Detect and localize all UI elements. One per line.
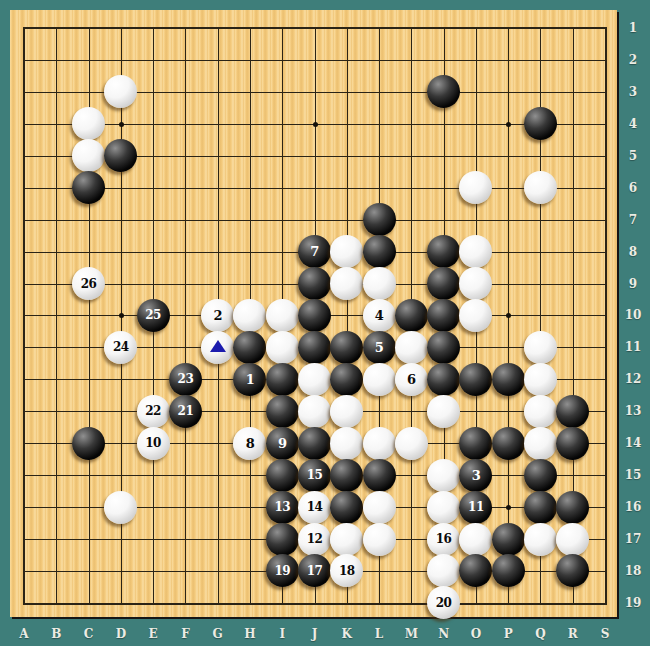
stone-move-number: 7 — [310, 245, 319, 258]
triangle-marker-icon — [210, 340, 226, 352]
stone-white — [556, 523, 589, 556]
stone-move-number: 18 — [339, 565, 355, 577]
stone-move-number: 19 — [274, 565, 290, 577]
stone-white-move-24: 24 — [104, 331, 137, 364]
stone-black-move-9: 9 — [266, 427, 299, 460]
stone-move-number: 16 — [436, 533, 452, 545]
stone-black — [427, 235, 460, 268]
stone-move-number: 26 — [81, 278, 97, 290]
stone-black — [298, 299, 331, 332]
row-label-9: 9 — [621, 277, 645, 291]
stone-black — [266, 459, 299, 492]
goban-board[interactable]: 7262524245231622211089153131411121619171… — [10, 10, 617, 617]
stone-move-number: 5 — [375, 341, 384, 354]
column-label-C: C — [80, 627, 98, 641]
stone-black — [524, 459, 557, 492]
row-label-5: 5 — [621, 149, 645, 163]
column-label-S: S — [596, 627, 614, 641]
stone-white — [395, 427, 428, 460]
stone-move-number: 6 — [407, 373, 416, 386]
stone-white-move-4: 4 — [363, 299, 396, 332]
stone-white — [363, 523, 396, 556]
stone-black — [427, 331, 460, 364]
column-label-N: N — [435, 627, 453, 641]
stone-black — [330, 491, 363, 524]
stone-white — [298, 363, 331, 396]
row-label-17: 17 — [621, 532, 645, 546]
stone-black-move-23: 23 — [169, 363, 202, 396]
stone-white — [524, 395, 557, 428]
row-label-7: 7 — [621, 213, 645, 227]
stone-move-number: 23 — [178, 373, 194, 385]
row-label-1: 1 — [621, 21, 645, 35]
stone-move-number: 21 — [178, 405, 194, 417]
stone-white-move-10: 10 — [137, 427, 170, 460]
stone-black — [330, 459, 363, 492]
stone-black — [556, 427, 589, 460]
stone-black — [427, 363, 460, 396]
stone-black-move-25: 25 — [137, 299, 170, 332]
stone-white-move-20: 20 — [427, 586, 460, 619]
column-label-F: F — [176, 627, 194, 641]
stone-white — [524, 427, 557, 460]
stone-black — [266, 395, 299, 428]
stone-black-move-5: 5 — [363, 331, 396, 364]
stone-black-move-3: 3 — [459, 459, 492, 492]
stone-black — [427, 299, 460, 332]
stone-black — [524, 491, 557, 524]
stone-black — [492, 427, 525, 460]
column-label-P: P — [499, 627, 517, 641]
stone-white — [395, 331, 428, 364]
stone-black — [459, 427, 492, 460]
column-label-K: K — [338, 627, 356, 641]
stone-black — [266, 363, 299, 396]
stone-white — [427, 459, 460, 492]
stone-white — [330, 427, 363, 460]
stone-black — [330, 331, 363, 364]
stone-black — [72, 171, 105, 204]
stone-move-number: 13 — [274, 501, 290, 513]
stone-white — [298, 395, 331, 428]
stone-black-move-21: 21 — [169, 395, 202, 428]
stone-black-move-13: 13 — [266, 491, 299, 524]
stone-move-number: 25 — [145, 309, 161, 321]
star-point — [313, 122, 318, 127]
row-label-11: 11 — [621, 340, 645, 354]
stone-move-number: 9 — [278, 437, 287, 450]
stone-black — [298, 427, 331, 460]
stone-black — [363, 459, 396, 492]
stone-black — [363, 203, 396, 236]
column-label-R: R — [564, 627, 582, 641]
stone-move-number: 14 — [307, 501, 323, 513]
stone-white-move-8: 8 — [233, 427, 266, 460]
stone-white — [524, 523, 557, 556]
stone-black — [298, 331, 331, 364]
column-label-E: E — [144, 627, 162, 641]
row-label-8: 8 — [621, 245, 645, 259]
stone-white — [363, 363, 396, 396]
stone-white — [524, 331, 557, 364]
star-point — [119, 122, 124, 127]
stone-white — [363, 427, 396, 460]
column-label-O: O — [467, 627, 485, 641]
column-label-G: G — [209, 627, 227, 641]
stone-white — [266, 331, 299, 364]
stone-white — [330, 395, 363, 428]
row-label-12: 12 — [621, 372, 645, 386]
row-label-10: 10 — [621, 308, 645, 322]
stone-black — [266, 523, 299, 556]
stone-move-number: 20 — [436, 597, 452, 609]
stone-white — [266, 299, 299, 332]
column-label-J: J — [306, 627, 324, 641]
stone-white-move-2: 2 — [201, 299, 234, 332]
stone-white — [363, 267, 396, 300]
stone-black-move-19: 19 — [266, 554, 299, 587]
stone-move-number: 8 — [246, 437, 255, 450]
stone-black — [72, 427, 105, 460]
column-label-M: M — [402, 627, 420, 641]
stone-black — [492, 554, 525, 587]
row-label-3: 3 — [621, 85, 645, 99]
row-label-14: 14 — [621, 436, 645, 450]
stone-black-move-7: 7 — [298, 235, 331, 268]
stone-white-move-16: 16 — [427, 523, 460, 556]
stone-black — [330, 363, 363, 396]
stone-move-number: 12 — [307, 533, 323, 545]
stone-black — [395, 299, 428, 332]
stone-white — [524, 363, 557, 396]
row-label-4: 4 — [621, 117, 645, 131]
stone-move-number: 2 — [213, 309, 222, 322]
column-label-Q: Q — [531, 627, 549, 641]
stone-black — [492, 363, 525, 396]
stone-move-number: 15 — [307, 469, 323, 481]
stone-move-number: 4 — [375, 309, 384, 322]
stone-move-number: 24 — [113, 341, 129, 353]
stone-move-number: 10 — [145, 437, 161, 449]
stone-black-move-15: 15 — [298, 459, 331, 492]
stone-black — [556, 491, 589, 524]
stone-white — [427, 395, 460, 428]
stone-move-number: 11 — [468, 501, 484, 513]
stone-black — [492, 523, 525, 556]
column-label-D: D — [112, 627, 130, 641]
stone-white-move-6: 6 — [395, 363, 428, 396]
column-label-B: B — [47, 627, 65, 641]
stone-white — [330, 523, 363, 556]
stone-black — [556, 395, 589, 428]
row-label-2: 2 — [621, 53, 645, 67]
stone-white — [524, 171, 557, 204]
stone-white — [427, 491, 460, 524]
stone-move-number: 3 — [472, 469, 481, 482]
stone-white-move-22: 22 — [137, 395, 170, 428]
stone-move-number: 22 — [145, 405, 161, 417]
stone-white — [363, 491, 396, 524]
stone-white — [201, 331, 234, 364]
go-diagram-screen: 7262524245231622211089153131411121619171… — [0, 0, 650, 646]
row-label-19: 19 — [621, 596, 645, 610]
stone-white-move-14: 14 — [298, 491, 331, 524]
row-label-15: 15 — [621, 468, 645, 482]
star-point — [506, 122, 511, 127]
column-label-I: I — [273, 627, 291, 641]
column-label-H: H — [241, 627, 259, 641]
stone-black — [298, 267, 331, 300]
row-label-13: 13 — [621, 404, 645, 418]
stone-move-number: 1 — [246, 373, 255, 386]
row-label-16: 16 — [621, 500, 645, 514]
row-label-6: 6 — [621, 181, 645, 195]
stone-white-move-26: 26 — [72, 267, 105, 300]
stone-black-move-11: 11 — [459, 491, 492, 524]
stone-black — [427, 267, 460, 300]
stone-white — [104, 491, 137, 524]
column-label-A: A — [15, 627, 33, 641]
row-label-18: 18 — [621, 564, 645, 578]
stone-white — [459, 523, 492, 556]
stone-black — [363, 235, 396, 268]
column-label-L: L — [370, 627, 388, 641]
stone-white-move-12: 12 — [298, 523, 331, 556]
stone-move-number: 17 — [307, 565, 323, 577]
